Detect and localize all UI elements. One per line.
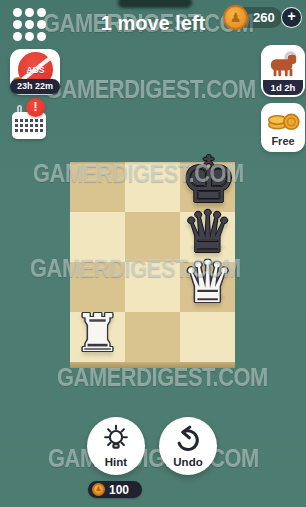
board-square[interactable]: [125, 162, 180, 212]
calendar-grid-icon: [15, 119, 43, 132]
watermark-text: GAMERDIGEST.COM: [45, 74, 256, 105]
coin-icon: ♟: [92, 483, 105, 496]
ads-label: ADS: [18, 65, 53, 75]
hint-button[interactable]: Hint: [87, 417, 145, 475]
add-coins-button[interactable]: +: [281, 7, 302, 28]
board-square[interactable]: [180, 312, 235, 362]
board-square[interactable]: [125, 262, 180, 312]
board-square[interactable]: [125, 312, 180, 362]
hint-label: Hint: [87, 456, 145, 468]
event-timer: 1d 2h: [263, 80, 303, 95]
coins-stack-icon: [264, 107, 302, 133]
hint-cost: 100: [109, 483, 129, 497]
undo-arrow-icon: [171, 424, 205, 456]
undo-label: Undo: [159, 456, 217, 468]
lightbulb-icon: [98, 424, 134, 456]
free-label: Free: [261, 135, 305, 147]
watermark-text: GAMERDIGEST.COM: [48, 443, 259, 474]
notification-badge: !: [26, 98, 45, 117]
daily-calendar-button[interactable]: [12, 112, 46, 139]
board-square[interactable]: [70, 162, 125, 212]
hint-cost-pill: ♟ 100: [88, 481, 142, 498]
ads-offer-timer: 23h 22m: [10, 79, 60, 94]
undo-button[interactable]: Undo: [159, 417, 217, 475]
board-square[interactable]: [70, 212, 125, 262]
moves-left-text: 1 move left: [0, 12, 306, 35]
cropped-puzzle-label: [118, 0, 192, 8]
coin-icon: ♟: [223, 5, 248, 30]
event-card[interactable]: 1d 2h: [261, 45, 305, 97]
piece-white-rook[interactable]: ♜: [70, 307, 125, 359]
ram-icon: [264, 49, 302, 79]
free-coins-card[interactable]: Free: [261, 103, 305, 152]
piece-white-queen[interactable]: ♛: [180, 253, 235, 311]
board-square[interactable]: [125, 212, 180, 262]
app-screen: ♚♛♛♜ GAMERDIGEST.COMGAMERDIGEST.COMGAMER…: [0, 0, 306, 507]
